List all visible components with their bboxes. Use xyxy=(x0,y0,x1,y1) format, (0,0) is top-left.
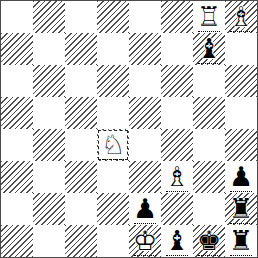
square-h2[interactable]: ♜ xyxy=(225,193,257,225)
square-a7[interactable] xyxy=(1,33,33,65)
square-a2[interactable] xyxy=(1,193,33,225)
square-e3[interactable] xyxy=(129,161,161,193)
square-b2[interactable] xyxy=(33,193,65,225)
square-e2[interactable]: ♟ xyxy=(129,193,161,225)
square-b4[interactable] xyxy=(33,129,65,161)
square-a1[interactable] xyxy=(1,225,33,257)
square-d1[interactable] xyxy=(97,225,129,257)
white-knight[interactable]: ♞♘ xyxy=(97,129,129,161)
black-rook[interactable]: ♜ xyxy=(225,225,257,257)
square-d2[interactable] xyxy=(97,193,129,225)
square-b8[interactable] xyxy=(33,1,65,33)
black-pawn[interactable]: ♟ xyxy=(129,193,161,225)
square-f8[interactable] xyxy=(161,1,193,33)
black-piece-glyph: ♝ xyxy=(161,225,193,257)
piece-base-dots xyxy=(166,191,188,192)
square-b7[interactable] xyxy=(33,33,65,65)
white-piece-outline-layer: ♔ xyxy=(129,225,161,257)
chess-diagram: ♜♖♝♗♝♞♘♝♗♟♟♜♚♔♝♚♜ xyxy=(0,0,258,258)
square-b1[interactable] xyxy=(33,225,65,257)
black-piece-glyph: ♜ xyxy=(225,225,257,257)
square-g6[interactable] xyxy=(193,65,225,97)
square-c7[interactable] xyxy=(65,33,97,65)
black-king[interactable]: ♚ xyxy=(193,225,225,257)
black-piece-glyph: ♚ xyxy=(193,225,225,257)
piece-base-dots xyxy=(230,31,252,32)
square-g5[interactable] xyxy=(193,97,225,129)
black-piece-glyph: ♜ xyxy=(225,193,257,225)
square-h3[interactable]: ♟ xyxy=(225,161,257,193)
square-f5[interactable] xyxy=(161,97,193,129)
square-e8[interactable] xyxy=(129,1,161,33)
white-rook[interactable]: ♜♖ xyxy=(193,1,225,33)
square-f2[interactable] xyxy=(161,193,193,225)
square-e4[interactable] xyxy=(129,129,161,161)
white-king[interactable]: ♚♔ xyxy=(129,225,161,257)
square-g7[interactable]: ♝ xyxy=(193,33,225,65)
square-f4[interactable] xyxy=(161,129,193,161)
black-rook[interactable]: ♜ xyxy=(225,193,257,225)
square-h4[interactable] xyxy=(225,129,257,161)
white-bishop[interactable]: ♝♗ xyxy=(161,161,193,193)
piece-base-dots xyxy=(134,223,156,224)
square-e5[interactable] xyxy=(129,97,161,129)
square-d8[interactable] xyxy=(97,1,129,33)
square-a8[interactable] xyxy=(1,1,33,33)
white-bishop[interactable]: ♝♗ xyxy=(225,1,257,33)
piece-base-dots xyxy=(198,31,220,32)
square-d5[interactable] xyxy=(97,97,129,129)
piece-base-dots xyxy=(134,255,156,256)
square-c6[interactable] xyxy=(65,65,97,97)
black-piece-glyph: ♟ xyxy=(225,161,257,193)
square-f1[interactable]: ♝ xyxy=(161,225,193,257)
square-c4[interactable] xyxy=(65,129,97,161)
white-piece-outline-layer: ♗ xyxy=(161,161,193,193)
square-f6[interactable] xyxy=(161,65,193,97)
square-b3[interactable] xyxy=(33,161,65,193)
square-a3[interactable] xyxy=(1,161,33,193)
black-pawn[interactable]: ♟ xyxy=(225,161,257,193)
square-b6[interactable] xyxy=(33,65,65,97)
piece-base-dots xyxy=(230,255,252,256)
square-c8[interactable] xyxy=(65,1,97,33)
square-a6[interactable] xyxy=(1,65,33,97)
square-f3[interactable]: ♝♗ xyxy=(161,161,193,193)
piece-base-dots xyxy=(166,255,188,256)
square-a5[interactable] xyxy=(1,97,33,129)
square-c5[interactable] xyxy=(65,97,97,129)
square-d3[interactable] xyxy=(97,161,129,193)
black-bishop[interactable]: ♝ xyxy=(193,33,225,65)
piece-base-dots xyxy=(102,159,124,160)
square-h5[interactable] xyxy=(225,97,257,129)
piece-base-dots xyxy=(230,191,252,192)
square-c2[interactable] xyxy=(65,193,97,225)
piece-base-dots xyxy=(198,255,220,256)
black-bishop[interactable]: ♝ xyxy=(161,225,193,257)
white-piece-outline-layer: ♗ xyxy=(225,1,257,33)
square-f7[interactable] xyxy=(161,33,193,65)
square-g4[interactable] xyxy=(193,129,225,161)
square-a4[interactable] xyxy=(1,129,33,161)
square-h1[interactable]: ♜ xyxy=(225,225,257,257)
square-c3[interactable] xyxy=(65,161,97,193)
black-piece-glyph: ♟ xyxy=(129,193,161,225)
square-c1[interactable] xyxy=(65,225,97,257)
square-e1[interactable]: ♚♔ xyxy=(129,225,161,257)
square-g3[interactable] xyxy=(193,161,225,193)
square-h8[interactable]: ♝♗ xyxy=(225,1,257,33)
square-e7[interactable] xyxy=(129,33,161,65)
piece-base-dots xyxy=(230,223,252,224)
white-piece-outline-layer: ♘ xyxy=(97,129,129,161)
square-b5[interactable] xyxy=(33,97,65,129)
square-h6[interactable] xyxy=(225,65,257,97)
piece-base-dots xyxy=(198,63,220,64)
chess-board: ♜♖♝♗♝♞♘♝♗♟♟♜♚♔♝♚♜ xyxy=(0,0,258,258)
square-g8[interactable]: ♜♖ xyxy=(193,1,225,33)
square-e6[interactable] xyxy=(129,65,161,97)
square-g2[interactable] xyxy=(193,193,225,225)
square-d6[interactable] xyxy=(97,65,129,97)
square-d4[interactable]: ♞♘ xyxy=(97,129,129,161)
white-piece-outline-layer: ♖ xyxy=(193,1,225,33)
square-g1[interactable]: ♚ xyxy=(193,225,225,257)
black-piece-glyph: ♝ xyxy=(193,33,225,65)
square-h7[interactable] xyxy=(225,33,257,65)
square-d7[interactable] xyxy=(97,33,129,65)
